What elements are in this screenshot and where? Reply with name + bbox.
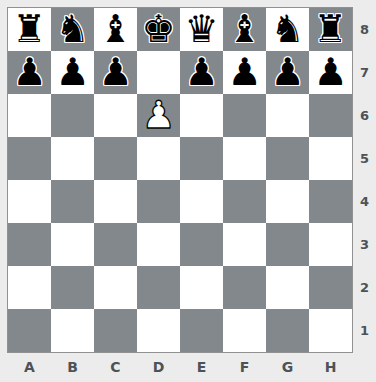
square-f3[interactable] xyxy=(223,223,266,266)
piece-black-queen[interactable]: ♛ xyxy=(184,8,218,51)
square-f4[interactable] xyxy=(223,180,266,223)
file-label-e: E xyxy=(180,352,223,382)
square-g1[interactable] xyxy=(266,309,309,352)
piece-black-pawn[interactable]: ♟ xyxy=(184,51,218,94)
square-g2[interactable] xyxy=(266,266,309,309)
square-c6[interactable] xyxy=(94,94,137,137)
square-e2[interactable] xyxy=(180,266,223,309)
square-b6[interactable] xyxy=(51,94,94,137)
rank-label-3: 3 xyxy=(353,223,376,266)
rank-label-2: 2 xyxy=(353,266,376,309)
piece-black-pawn[interactable]: ♟ xyxy=(12,51,46,94)
piece-black-knight[interactable]: ♞ xyxy=(270,8,304,51)
square-e3[interactable] xyxy=(180,223,223,266)
file-label-g: G xyxy=(266,352,309,382)
rank-label-8: 8 xyxy=(353,8,376,51)
square-h1[interactable] xyxy=(309,309,352,352)
rank-label-1: 1 xyxy=(353,309,376,352)
square-d7[interactable] xyxy=(137,51,180,94)
piece-black-rook[interactable]: ♜ xyxy=(313,8,347,51)
square-b7[interactable]: ♟ xyxy=(51,51,94,94)
piece-black-rook[interactable]: ♜ xyxy=(12,8,46,51)
square-c8[interactable]: ♝ xyxy=(94,8,137,51)
square-a5[interactable] xyxy=(8,137,51,180)
piece-black-bishop[interactable]: ♝ xyxy=(98,8,132,51)
square-e6[interactable] xyxy=(180,94,223,137)
square-h3[interactable] xyxy=(309,223,352,266)
rank-label-7: 7 xyxy=(353,51,376,94)
rank-label-5: 5 xyxy=(353,137,376,180)
square-h5[interactable] xyxy=(309,137,352,180)
square-d4[interactable] xyxy=(137,180,180,223)
file-label-b: B xyxy=(51,352,94,382)
square-f6[interactable] xyxy=(223,94,266,137)
square-e7[interactable]: ♟ xyxy=(180,51,223,94)
square-c3[interactable] xyxy=(94,223,137,266)
square-d1[interactable] xyxy=(137,309,180,352)
square-g6[interactable] xyxy=(266,94,309,137)
file-label-c: C xyxy=(94,352,137,382)
square-f7[interactable]: ♟ xyxy=(223,51,266,94)
square-c7[interactable]: ♟ xyxy=(94,51,137,94)
square-a1[interactable] xyxy=(8,309,51,352)
square-h8[interactable]: ♜ xyxy=(309,8,352,51)
file-coordinates: ABCDEFGH xyxy=(8,352,352,382)
square-f1[interactable] xyxy=(223,309,266,352)
square-e8[interactable]: ♛ xyxy=(180,8,223,51)
square-d2[interactable] xyxy=(137,266,180,309)
piece-black-pawn[interactable]: ♟ xyxy=(313,51,347,94)
square-b1[interactable] xyxy=(51,309,94,352)
square-g4[interactable] xyxy=(266,180,309,223)
square-a3[interactable] xyxy=(8,223,51,266)
piece-white-pawn[interactable]: ♟ xyxy=(141,94,175,137)
rank-label-6: 6 xyxy=(353,94,376,137)
square-a6[interactable] xyxy=(8,94,51,137)
square-g7[interactable]: ♟ xyxy=(266,51,309,94)
piece-black-pawn[interactable]: ♟ xyxy=(98,51,132,94)
square-a7[interactable]: ♟ xyxy=(8,51,51,94)
square-d3[interactable] xyxy=(137,223,180,266)
square-h4[interactable] xyxy=(309,180,352,223)
square-h6[interactable] xyxy=(309,94,352,137)
square-c2[interactable] xyxy=(94,266,137,309)
square-a4[interactable] xyxy=(8,180,51,223)
file-label-d: D xyxy=(137,352,180,382)
piece-black-pawn[interactable]: ♟ xyxy=(227,51,261,94)
square-h7[interactable]: ♟ xyxy=(309,51,352,94)
square-e5[interactable] xyxy=(180,137,223,180)
piece-black-pawn[interactable]: ♟ xyxy=(55,51,89,94)
square-b2[interactable] xyxy=(51,266,94,309)
square-e1[interactable] xyxy=(180,309,223,352)
square-g5[interactable] xyxy=(266,137,309,180)
square-c4[interactable] xyxy=(94,180,137,223)
square-b5[interactable] xyxy=(51,137,94,180)
piece-black-bishop[interactable]: ♝ xyxy=(227,8,261,51)
square-f8[interactable]: ♝ xyxy=(223,8,266,51)
square-c1[interactable] xyxy=(94,309,137,352)
square-d6[interactable]: ♟ xyxy=(137,94,180,137)
piece-black-king[interactable]: ♚ xyxy=(141,8,175,51)
square-a8[interactable]: ♜ xyxy=(8,8,51,51)
square-d8[interactable]: ♚ xyxy=(137,8,180,51)
square-a2[interactable] xyxy=(8,266,51,309)
chess-board-page: ♜♞♝♚♛♝♞♜♟♟♟♟♟♟♟♟ 87654321 ABCDEFGH xyxy=(0,0,376,382)
square-b3[interactable] xyxy=(51,223,94,266)
square-h2[interactable] xyxy=(309,266,352,309)
square-c5[interactable] xyxy=(94,137,137,180)
square-g3[interactable] xyxy=(266,223,309,266)
square-d5[interactable] xyxy=(137,137,180,180)
rank-label-4: 4 xyxy=(353,180,376,223)
square-b8[interactable]: ♞ xyxy=(51,8,94,51)
file-label-h: H xyxy=(309,352,352,382)
square-b4[interactable] xyxy=(51,180,94,223)
piece-black-knight[interactable]: ♞ xyxy=(55,8,89,51)
square-g8[interactable]: ♞ xyxy=(266,8,309,51)
square-f2[interactable] xyxy=(223,266,266,309)
file-label-f: F xyxy=(223,352,266,382)
rank-coordinates: 87654321 xyxy=(353,8,376,352)
chess-board: ♜♞♝♚♛♝♞♜♟♟♟♟♟♟♟♟ xyxy=(7,7,353,353)
square-f5[interactable] xyxy=(223,137,266,180)
file-label-a: A xyxy=(8,352,51,382)
square-e4[interactable] xyxy=(180,180,223,223)
piece-black-pawn[interactable]: ♟ xyxy=(270,51,304,94)
